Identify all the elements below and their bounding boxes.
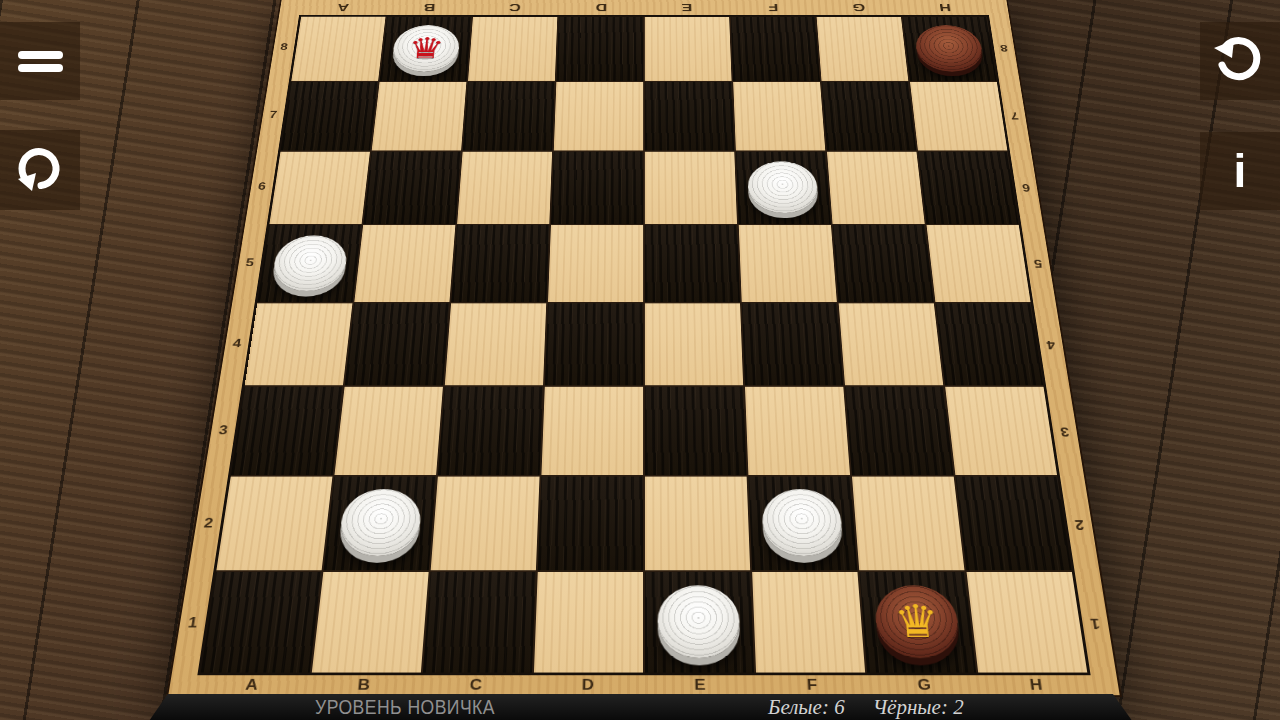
square-b1[interactable] <box>312 572 429 673</box>
square-h2[interactable] <box>956 476 1072 570</box>
square-a8[interactable] <box>291 17 385 81</box>
square-c3[interactable] <box>438 387 543 475</box>
square-c4[interactable] <box>445 303 546 385</box>
file-labels-bottom: ABCDEFGH <box>194 675 1093 695</box>
square-d6[interactable] <box>551 151 643 223</box>
undo-icon <box>1212 32 1268 90</box>
white-piece-f6[interactable] <box>747 161 819 213</box>
black-piece-h8[interactable] <box>914 25 985 71</box>
coord-label-a: A <box>299 1 387 14</box>
square-d8[interactable] <box>556 17 643 81</box>
square-a4[interactable] <box>245 303 353 385</box>
square-a5[interactable] <box>257 225 361 302</box>
score-group: Белые: 6 Чёрные: 2 <box>768 695 964 720</box>
menu-icon <box>18 46 63 77</box>
white-piece-b2[interactable] <box>338 489 423 557</box>
coord-label-b: B <box>307 676 421 694</box>
coord-label-5: 5 <box>1028 224 1049 303</box>
square-b6[interactable] <box>363 151 461 223</box>
square-c5[interactable] <box>451 225 549 302</box>
square-h4[interactable] <box>936 303 1044 385</box>
board-grid: ♛♛ <box>197 15 1090 675</box>
coord-label-b: B <box>385 1 472 14</box>
square-h1[interactable] <box>967 572 1088 673</box>
square-b5[interactable] <box>354 225 455 302</box>
square-f8[interactable] <box>731 17 820 81</box>
coord-label-4: 4 <box>1040 303 1062 387</box>
square-c8[interactable] <box>468 17 557 81</box>
file-labels-top: ABCDEFGH <box>299 0 989 15</box>
square-e4[interactable] <box>645 303 743 385</box>
black-king-g1[interactable]: ♛ <box>873 585 961 657</box>
square-c7[interactable] <box>463 82 555 150</box>
square-b8[interactable]: ♛ <box>380 17 472 81</box>
square-a3[interactable] <box>231 387 343 475</box>
white-piece-a5[interactable] <box>271 236 350 291</box>
coord-label-e: E <box>644 1 730 14</box>
coord-label-h: H <box>901 1 989 14</box>
square-e5[interactable] <box>645 225 740 302</box>
square-d1[interactable] <box>534 572 643 673</box>
square-e8[interactable] <box>645 17 732 81</box>
coord-label-e: E <box>644 676 756 694</box>
coord-label-d: D <box>532 676 644 694</box>
square-f2[interactable] <box>748 476 857 570</box>
crown-icon: ♛ <box>892 599 942 644</box>
coord-label-7: 7 <box>1006 81 1025 151</box>
square-f4[interactable] <box>742 303 843 385</box>
info-button[interactable]: i <box>1200 132 1280 210</box>
black-score: Чёрные: 2 <box>873 695 964 720</box>
crown-icon: ♛ <box>407 34 446 63</box>
square-a7[interactable] <box>281 82 378 150</box>
square-b4[interactable] <box>345 303 450 385</box>
status-bar: УРОВЕНЬ НОВИЧКА Белые: 6 Чёрные: 2 <box>0 694 1280 720</box>
square-b2[interactable] <box>324 476 436 570</box>
square-g6[interactable] <box>827 151 925 223</box>
square-h6[interactable] <box>918 151 1019 223</box>
square-b7[interactable] <box>372 82 467 150</box>
square-d4[interactable] <box>545 303 643 385</box>
square-b3[interactable] <box>335 387 443 475</box>
coord-label-d: D <box>558 1 644 14</box>
square-g4[interactable] <box>839 303 944 385</box>
coord-label-g: G <box>867 676 981 694</box>
square-g1[interactable]: ♛ <box>859 572 976 673</box>
square-e3[interactable] <box>645 387 747 475</box>
white-piece-f2[interactable] <box>761 489 843 557</box>
coord-label-f: F <box>756 676 869 694</box>
square-h7[interactable] <box>910 82 1007 150</box>
square-e6[interactable] <box>645 151 737 223</box>
square-f7[interactable] <box>733 82 825 150</box>
square-g3[interactable] <box>845 387 953 475</box>
white-king-b8[interactable]: ♛ <box>391 25 460 71</box>
square-d3[interactable] <box>541 387 643 475</box>
square-g5[interactable] <box>833 225 934 302</box>
square-d2[interactable] <box>538 476 643 570</box>
coord-label-g: G <box>815 1 902 14</box>
square-h5[interactable] <box>927 225 1031 302</box>
square-f1[interactable] <box>752 572 865 673</box>
square-g2[interactable] <box>852 476 964 570</box>
square-e1[interactable] <box>645 572 754 673</box>
square-g7[interactable] <box>822 82 917 150</box>
coord-label-c: C <box>472 1 559 14</box>
square-f3[interactable] <box>745 387 850 475</box>
menu-button[interactable] <box>0 22 80 100</box>
square-d5[interactable] <box>548 225 643 302</box>
square-h3[interactable] <box>945 387 1057 475</box>
coord-label-f: F <box>730 1 817 14</box>
square-f5[interactable] <box>739 225 837 302</box>
white-score: Белые: 6 <box>768 695 845 720</box>
undo-button[interactable] <box>1200 22 1280 100</box>
square-d7[interactable] <box>554 82 643 150</box>
coord-label-6: 6 <box>1016 150 1036 224</box>
info-icon: i <box>1234 148 1247 194</box>
coord-label-8: 8 <box>995 15 1013 81</box>
square-c6[interactable] <box>457 151 552 223</box>
square-c1[interactable] <box>423 572 536 673</box>
square-a1[interactable] <box>201 572 322 673</box>
restart-button[interactable] <box>0 130 80 210</box>
coord-label-c: C <box>419 676 532 694</box>
restart-icon <box>14 141 66 199</box>
checkers-board: ABCDEFGH 87654321 ♛♛ 87654321 ABCDEFGH <box>166 0 1122 697</box>
square-a6[interactable] <box>269 151 370 223</box>
level-label: УРОВЕНЬ НОВИЧКА <box>315 696 495 719</box>
square-h8[interactable] <box>902 17 996 81</box>
coord-label-h: H <box>979 676 1093 694</box>
square-e2[interactable] <box>645 476 750 570</box>
square-a2[interactable] <box>216 476 332 570</box>
square-g8[interactable] <box>817 17 909 81</box>
square-e7[interactable] <box>645 82 734 150</box>
coord-label-a: A <box>194 676 308 694</box>
square-c2[interactable] <box>431 476 540 570</box>
square-f6[interactable] <box>736 151 831 223</box>
white-piece-e1[interactable] <box>658 585 741 657</box>
coord-label-3: 3 <box>1054 387 1077 477</box>
